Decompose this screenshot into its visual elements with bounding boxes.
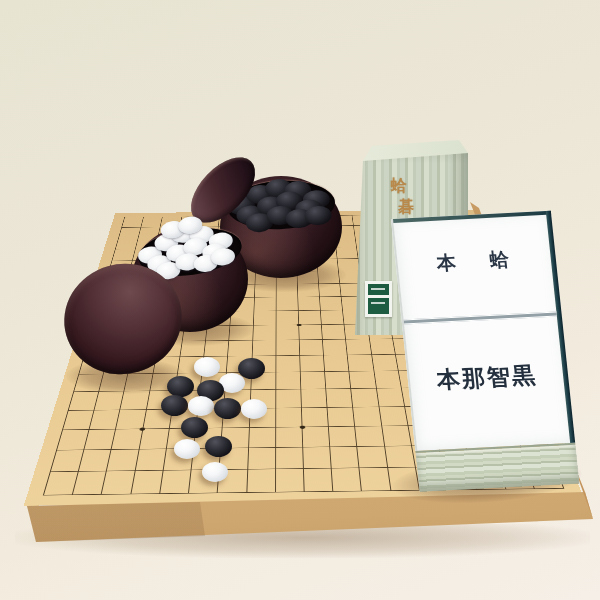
grid-cell [302,407,329,427]
loose-stone-white [174,439,200,459]
grid-cell [102,471,135,494]
grid-cell [139,429,169,450]
grid-cell [370,339,396,355]
grid-cell [112,429,143,450]
grid-cell [276,311,299,326]
grid-cell [326,389,353,408]
grid-cell [276,340,300,356]
grid-cell [301,372,327,390]
grid-cell [300,340,324,356]
grid-cell [301,389,327,408]
price-label-chip [368,298,389,314]
grid-cell [141,217,163,227]
bowl-stone [304,205,332,225]
stone-box-wood-side [415,443,579,492]
grid-cell [298,297,321,311]
stone-box-open: 本 蛤 本那智黒 [391,211,579,490]
loose-stone-white [241,399,267,419]
grid-cell [131,471,163,494]
star-point [300,426,306,429]
grid-cell [374,371,402,389]
loose-stone-black [181,417,208,438]
grid-cell [379,407,408,426]
grid-cell [135,449,166,471]
white-stones-label: 本 蛤 [397,245,550,279]
label-char-hamaguri: 蛤 [488,247,510,274]
label-char-hon: 本 [436,250,458,277]
box-spine-kanji-2: 碁 [398,197,414,218]
grid-cell [107,449,139,471]
grid-cell [322,325,346,340]
grid-cell [121,391,150,410]
grid-cell [276,408,303,428]
grid-cell [116,410,146,430]
grid-cell [300,355,325,372]
grid-cell [385,446,416,468]
grid-cell [247,469,276,492]
loose-stone-white [188,396,214,416]
grid-cell [276,469,305,492]
loose-stone-black [161,395,188,416]
grid-cell [276,447,304,469]
loose-stone-black [167,376,194,397]
grid-cell [382,426,412,447]
grid-cell [323,339,348,355]
price-label-chip [368,284,389,295]
grid-cell [228,340,253,356]
grid-cell [332,468,362,491]
grid-cell [253,311,276,326]
grid-cell [355,426,384,447]
black-stones-label: 本那智黒 [408,358,565,397]
compartment-divider [404,311,557,324]
grid-cell [276,356,301,373]
grid-cell [358,446,388,468]
grid-cell [253,325,276,340]
grid-cell [329,426,358,447]
grid-cell [328,407,356,427]
price-label [365,281,392,317]
grid-cell [276,325,299,340]
grid-cell [303,447,332,469]
grid-cell [321,310,345,325]
go-set-product-photo: 蛤 碁 本 蛤 本那智黒 [0,0,600,600]
grid-cell [302,427,330,448]
grid-cell [276,390,302,409]
grid-cell [348,355,374,372]
loose-stone-black [214,398,241,419]
grid-cell [350,371,377,389]
grid-cell [372,355,399,372]
grid-cell [325,372,351,390]
grid-cell [276,427,303,448]
grid-cell [254,297,276,311]
loose-stone-white [202,462,228,482]
grid-cell [248,448,276,470]
box-spine-kanji-1: 蛤 [391,176,407,197]
grid-cell [299,310,322,325]
grid-cell [160,470,191,493]
grid-cell [346,339,372,355]
loose-stone-black [205,436,232,457]
grid-cell [360,468,391,491]
grid-cell [353,407,381,426]
grid-cell [249,427,276,448]
grid-cell [276,297,298,311]
grid-cell [352,389,380,408]
grid-cell [377,388,405,406]
grid-cell [252,340,276,356]
grid-cell [276,372,301,390]
loose-stone-white [194,357,220,377]
star-point [297,324,302,326]
grid-cell [330,447,359,469]
grid-cell [299,325,323,340]
grid-cell [304,468,334,491]
grid-cell [324,355,350,372]
grid-cell [320,297,343,311]
stone-box-paper-top: 本 蛤 本那智黒 [391,211,575,451]
